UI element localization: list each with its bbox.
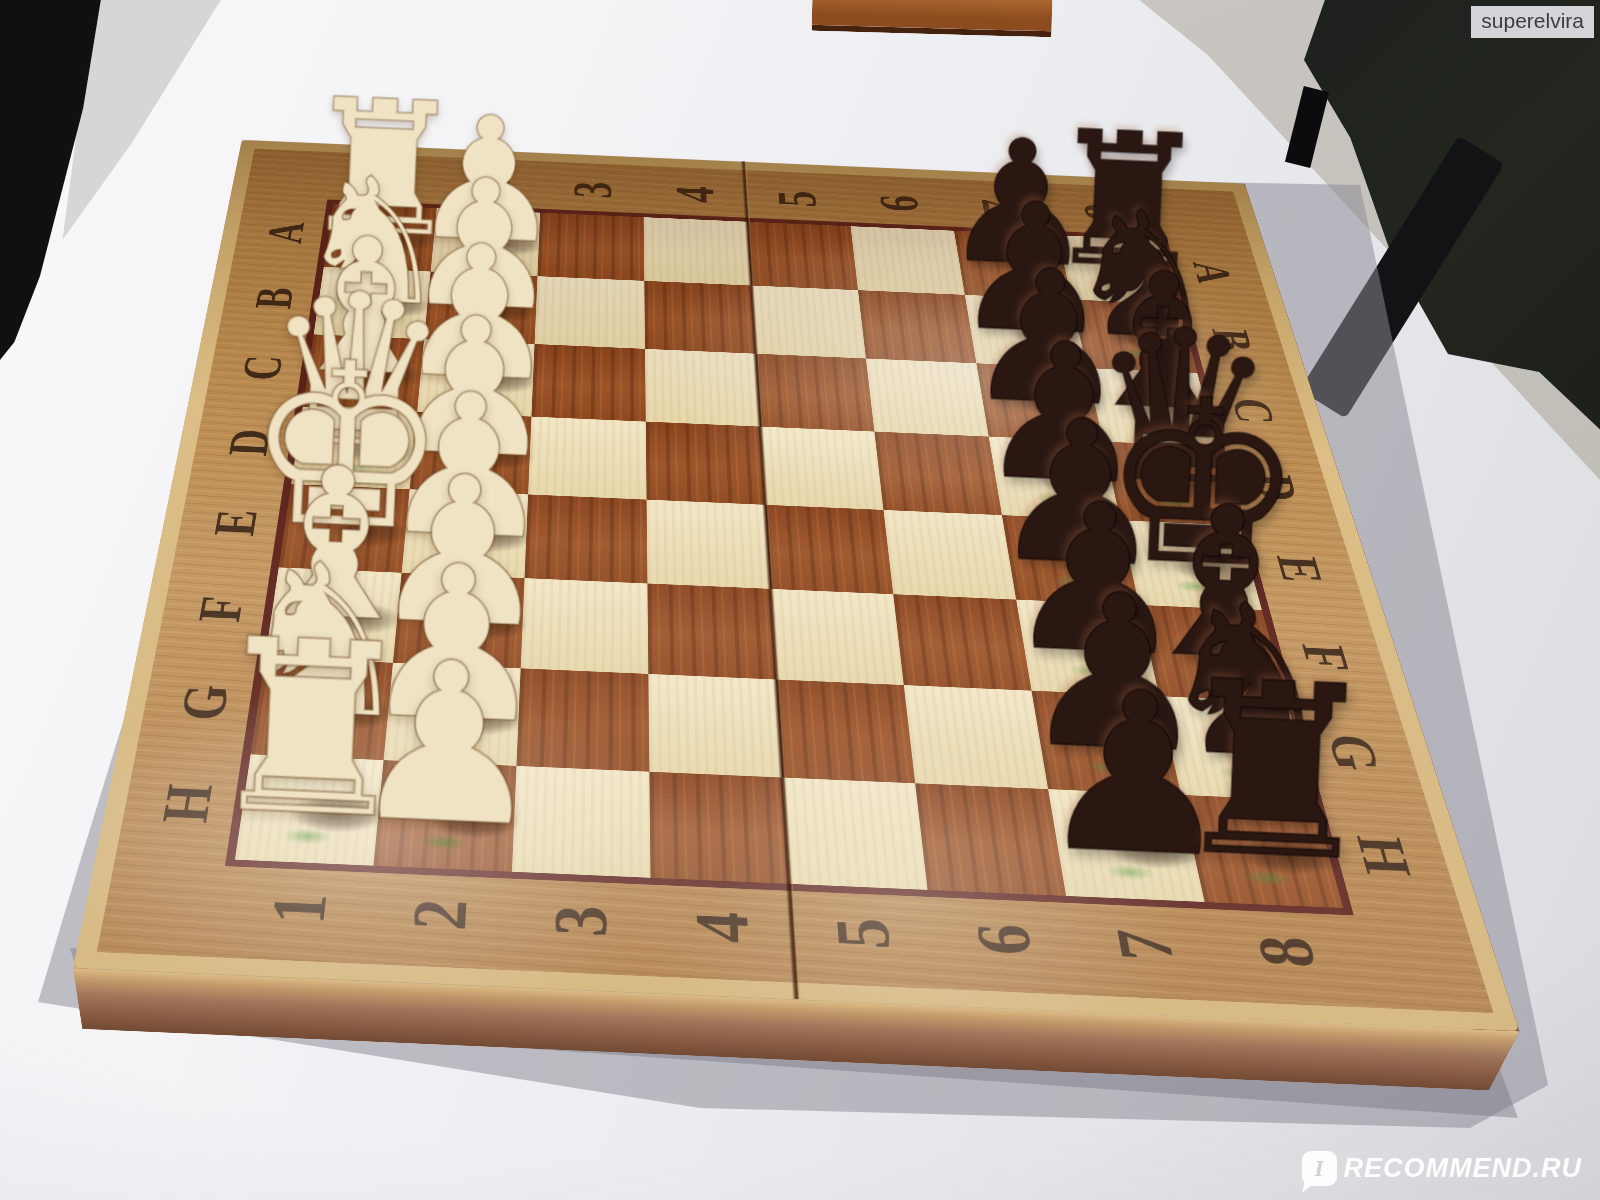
rank-label-far-4: 4	[655, 170, 735, 220]
watermark-site: I RECOMMEND.RU	[1302, 1151, 1583, 1186]
rank-label-far-5: 5	[756, 174, 839, 224]
piece-white-pawn-h2[interactable]: ♟	[338, 629, 560, 859]
square-a4[interactable]	[644, 217, 752, 285]
rank-label-near-5: 5	[805, 887, 921, 980]
square-b4[interactable]	[644, 281, 755, 354]
square-e4[interactable]	[647, 500, 771, 589]
photo-scene: 1122334455667788AABBCCDDEEFFGGHH♜♟♟♜♞♟♟♞…	[0, 0, 1600, 1200]
watermark-author: superelvira	[1471, 6, 1594, 38]
rank-label-near-2: 2	[381, 869, 496, 962]
square-h4[interactable]	[649, 772, 789, 884]
square-d5[interactable]	[760, 427, 883, 510]
square-b5[interactable]	[751, 286, 866, 359]
rank-label-near-3: 3	[525, 875, 635, 968]
rank-label-near-7: 7	[1083, 899, 1209, 993]
square-f5[interactable]	[770, 589, 903, 685]
square-a5[interactable]	[747, 222, 858, 291]
square-e5[interactable]	[765, 505, 893, 594]
square-g5[interactable]	[776, 680, 915, 784]
square-f4[interactable]	[647, 583, 776, 679]
watermark-author-text: superelvira	[1481, 9, 1584, 32]
square-c4[interactable]	[645, 349, 760, 427]
watermark-site-text: RECOMMEND.RU	[1344, 1153, 1583, 1184]
square-h5[interactable]	[782, 778, 927, 890]
square-g4[interactable]	[648, 674, 782, 778]
chess-board: 1122334455667788AABBCCDDEEFFGGHH♜♟♟♜♞♟♟♞…	[73, 140, 1519, 1031]
recommend-bubble-icon: I	[1302, 1151, 1337, 1186]
rank-label-near-6: 6	[944, 893, 1065, 986]
rank-label-near-4: 4	[667, 881, 779, 974]
square-d4[interactable]	[646, 422, 765, 505]
piece-black-rook-h8[interactable]: ♜	[1164, 648, 1386, 896]
chess-board-3d-view: 1122334455667788AABBCCDDEEFFGGHH♜♟♟♜♞♟♟♞…	[0, 0, 1600, 1200]
rank-label-far-6: 6	[857, 179, 942, 229]
rank-label-near-1: 1	[238, 863, 357, 955]
square-c5[interactable]	[755, 354, 874, 432]
